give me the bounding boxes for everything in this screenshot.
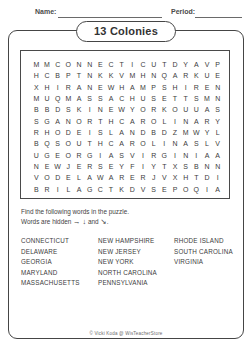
grid-cell: M [31,93,42,104]
grid-cell: A [52,116,63,127]
grid-cell: A [84,172,95,183]
grid-cell: K [74,104,85,115]
grid-cell: E [106,104,117,115]
grid-cell: R [84,116,95,127]
grid-cell: O [52,127,63,138]
word-search-grid: MMCONNECTICUTDYAVPHCBPTNKKVMHNQARKUEXHIR… [20,50,230,199]
grid-cell: R [127,138,138,149]
instructions-line2: Words are hidden → ↓ and ↘. [21,217,129,227]
grid-cell: L [148,138,159,149]
grid-cell: R [31,127,42,138]
grid-cell: A [212,150,223,161]
grid-cell: T [180,93,191,104]
grid-cell: E [159,93,170,104]
grid-cell: H [180,172,191,183]
grid-cell: N [170,138,181,149]
grid-cell: D [138,127,149,138]
grid-cell: T [191,172,202,183]
grid-cell: B [31,138,42,149]
word-list-item: NEW HAMPSHIRE [98,236,174,247]
grid-cell: C [116,116,127,127]
grid-cell: T [116,59,127,70]
grid-cell: V [202,59,213,70]
grid-cell: A [212,184,223,195]
word-list-item: MARYLAND [21,268,98,279]
grid-cell: R [138,116,149,127]
instructions-and: and [88,218,99,225]
grid-cell: N [148,70,159,81]
grid-cell: S [95,161,106,172]
footer-credit: © Vicki Koda @ WisTeacherStore [0,331,252,336]
grid-cell: R [180,70,191,81]
instructions: Find the following words in the puzzle. … [21,207,129,226]
grid-cell: L [74,172,85,183]
grid-cell: V [159,172,170,183]
worksheet-page: Name: Period: 13 Colonies MMCONNECTICUTD… [0,0,252,350]
grid-cell: O [74,116,85,127]
grid-cell: N [127,127,138,138]
grid-cell: J [63,161,74,172]
grid-cell: R [42,184,53,195]
word-list-item: DELAWARE [21,247,98,258]
grid-cell: I [138,150,149,161]
grid-cell: N [74,59,85,70]
grid-cell: R [148,150,159,161]
grid-cell: S [212,104,223,115]
period-label: Period: [171,8,195,15]
grid-cell: X [170,172,181,183]
word-list-item: NEW YORK [98,257,174,268]
word-list-column-3: RHODE ISLANDSOUTH CAROLINAVIRGINIA [174,236,244,289]
grid-cell: O [63,59,74,70]
grid-cell: T [170,93,181,104]
grid-cell: K [191,70,202,81]
grid-cell: U [180,104,191,115]
grid-cell: U [31,150,42,161]
grid-cell: N [95,104,106,115]
grid-cell: W [52,161,63,172]
grid-cell: W [116,104,127,115]
grid-cell: A [191,59,202,70]
grid-cell: E [159,184,170,195]
grid-cell: Q [191,184,202,195]
grid-cell: S [63,104,74,115]
grid-cell: S [180,161,191,172]
grid-cell: U [42,93,53,104]
name-label: Name: [35,8,56,15]
right-arrow-icon: → [73,217,81,226]
grid-cell: A [106,172,117,183]
grid-cell: W [95,172,106,183]
grid-cell: B [42,104,53,115]
grid-cell: T [74,70,85,81]
grid-cell: J [148,172,159,183]
grid-cell: P [63,70,74,81]
grid-cell: Q [42,138,53,149]
grid-cell: L [63,184,74,195]
grid-cell: U [138,93,149,104]
grid-cell: H [95,138,106,149]
grid-cell: E [42,161,53,172]
grid-cell: M [127,70,138,81]
grid-cell: I [84,104,95,115]
grid-cell: S [52,138,63,149]
instructions-line2-prefix: Words are hidden [21,218,71,225]
grid-cell: U [202,70,213,81]
down-arrow-icon: ↓ [82,217,86,226]
grid-cell: I [202,184,213,195]
grid-cell: Q [159,70,170,81]
grid-cell: Q [52,93,63,104]
grid-cell: O [138,138,149,149]
grid-cell: W [191,127,202,138]
grid-cell: D [170,59,181,70]
grid-cell: I [191,150,202,161]
grid-cell: C [138,59,149,70]
word-list-item: VIRGINIA [174,257,244,268]
grid-cell: S [95,93,106,104]
grid-cell: Y [202,127,213,138]
grid-cell: S [116,150,127,161]
grid-cell: O [148,116,159,127]
grid-cell: E [106,161,117,172]
grid-cell: I [170,116,181,127]
instructions-period: . [107,218,109,225]
grid-cell: E [95,82,106,93]
grid-cell: H [106,116,117,127]
grid-cell: T [106,184,117,195]
grid-cell: V [31,172,42,183]
grid-cell: K [159,104,170,115]
grid-cell: E [95,59,106,70]
word-list-item: NORTH CAROLINA [98,268,174,279]
grid-cell: B [31,104,42,115]
grid-cell: A [202,104,213,115]
grid-cell: A [74,184,85,195]
grid-cell: V [138,184,149,195]
grid-cell: D [127,184,138,195]
grid-cell: S [84,93,95,104]
word-list-item: CONNECTICUT [21,236,98,247]
grid-cell: H [42,82,53,93]
grid-cell: I [180,82,191,93]
grid-cell: T [159,161,170,172]
grid-cell: E [74,127,85,138]
grid-cell: C [106,138,117,149]
grid-cell: H [116,82,127,93]
grid-cell: O [170,104,181,115]
word-list-column-1: CONNECTICUTDELAWAREGEORGIAMARYLANDMASSAC… [21,236,98,289]
grid-cell: G [84,150,95,161]
grid-cell: X [170,161,181,172]
grid-cell: N [180,150,191,161]
grid-cell: N [63,116,74,127]
grid-cell: G [84,184,95,195]
instructions-line1: Find the following words in the puzzle. [21,207,129,217]
grid-cell: B [148,127,159,138]
word-list-item: RHODE ISLAND [174,236,244,247]
grid-cell: E [212,70,223,81]
grid-cell: C [116,93,127,104]
grid-cell: A [202,150,213,161]
grid-cell: G [42,116,53,127]
grid-cell: M [138,82,149,93]
grid-cell: E [202,82,213,93]
grid-cell: N [212,161,223,172]
grid-cell: H [138,70,149,81]
grid-cell: I [52,184,63,195]
grid-cell: W [106,82,117,93]
word-list-item: NEW JERSEY [98,247,174,258]
grid-cell: I [212,172,223,183]
grid-cell: E [74,161,85,172]
grid-cell: O [42,172,53,183]
grid-cell: Z [170,127,181,138]
grid-cell: N [212,82,223,93]
grid-cell: S [148,93,159,104]
grid-cell: T [84,138,95,149]
word-list-item: PENNSYLVANIA [98,278,174,289]
grid-cell: H [127,93,138,104]
grid-cell: N [84,59,95,70]
grid-cell: I [95,150,106,161]
grid-cell: N [202,161,213,172]
grid-cell: A [116,138,127,149]
grid-cell: I [84,127,95,138]
grid-cell: G [42,150,53,161]
grid-cell: B [191,161,202,172]
grid-cell: K [106,70,117,81]
grid-cell: Y [116,161,127,172]
grid-cell: C [95,184,106,195]
grid-cell: M [42,59,53,70]
grid-cell: K [116,184,127,195]
grid-cell: I [52,82,63,93]
grid-cell: N [31,161,42,172]
grid-cell: S [159,82,170,93]
grid-cell: D [159,127,170,138]
grid-cell: A [74,93,85,104]
period-blank-line [195,17,242,18]
grid-cell: G [159,150,170,161]
word-list-item: GEORGIA [21,257,98,268]
grid-cell: Y [148,161,159,172]
grid-cell: M [63,93,74,104]
grid-cell: O [180,184,191,195]
grid-cell: V [127,150,138,161]
grid-cell: P [212,59,223,70]
grid-cell: R [84,161,95,172]
grid-cell: K [95,70,106,81]
grid-cell: A [74,82,85,93]
grid-cell: T [95,116,106,127]
grid-cell: A [127,82,138,93]
grid-cell: R [116,172,127,183]
grid-cell: D [63,127,74,138]
grid-cell: A [127,116,138,127]
grid-cell: D [52,104,63,115]
grid-cell: U [74,138,85,149]
grid-cell: A [170,70,181,81]
grid-cell: E [127,172,138,183]
grid-cell: P [148,82,159,93]
grid-cell: L [202,138,213,149]
grid-cell: N [84,82,95,93]
grid-cell: R [148,104,159,115]
grid-cell: V [212,138,223,149]
grid-cell: A [116,127,127,138]
grid-cell: B [52,70,63,81]
name-period-row: Name: Period: [35,8,243,20]
grid-cell: I [127,59,138,70]
grid-cell: I [138,161,149,172]
grid-cell: S [191,93,202,104]
grid-cell: R [191,82,202,93]
grid-cell: B [31,184,42,195]
grid-cell: L [159,116,170,127]
grid-cell: M [180,127,191,138]
name-blank-line [58,17,162,18]
grid-cell: N [212,93,223,104]
grid-cell: A [180,138,191,149]
grid-cell: S [191,138,202,149]
grid-cell: A [191,116,202,127]
grid-cell: O [63,150,74,161]
grid-cell: N [180,116,191,127]
grid-cell: Y [180,59,191,70]
grid-cell: A [106,150,117,161]
grid-cell: T [159,59,170,70]
grid-cell: S [31,116,42,127]
grid-cell: H [31,70,42,81]
word-list: CONNECTICUTDELAWAREGEORGIAMARYLANDMASSAC… [21,236,246,289]
grid-cell: V [116,70,127,81]
grid-cell: H [42,127,53,138]
grid-cell: A [106,93,117,104]
grid-cell: X [31,82,42,93]
puzzle-title: 13 Colonies [76,21,176,42]
grid-cell: P [170,184,181,195]
grid-cell: I [159,138,170,149]
grid-cell: L [106,127,117,138]
grid-cell: E [63,172,74,183]
grid-cell: O [138,104,149,115]
grid-cell: R [138,172,149,183]
grid-cell: S [95,127,106,138]
grid-cell: C [52,59,63,70]
grid-cell: N [84,70,95,81]
grid-cell: L [212,127,223,138]
grid-cell: D [52,172,63,183]
word-list-column-2: NEW HAMPSHIRENEW JERSEYNEW YORKNORTH CAR… [98,236,174,289]
grid-cell: U [148,59,159,70]
grid-cell: C [106,59,117,70]
word-list-item: MASSACHUSETTS [21,278,98,289]
grid-cell: Y [212,116,223,127]
grid-cell: U [191,104,202,115]
grid-cell: F [127,161,138,172]
grid-cell: O [63,138,74,149]
grid-cell: R [74,150,85,161]
grid-cell: E [52,150,63,161]
grid-cell: Y [127,104,138,115]
grid-cell: M [31,59,42,70]
grid-cell: D [202,172,213,183]
grid-cell: R [63,82,74,93]
grid-cell: M [202,93,213,104]
grid-cell: R [202,116,213,127]
grid-cell: I [170,150,181,161]
word-list-item: SOUTH CAROLINA [174,247,244,258]
grid-cell: H [170,82,181,93]
grid-cell: C [42,70,53,81]
grid-cell: S [148,184,159,195]
